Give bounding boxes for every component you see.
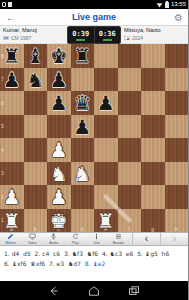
- status-bar: 13:55: [0, 0, 188, 9]
- move-list-line-1[interactable]: 1. d4 d5 2. c4 c6 3. ♞f3 ♞f6 4. ♞c3 e6 5…: [4, 249, 184, 259]
- board-square-c3[interactable]: [47, 162, 71, 186]
- toolbar-item-label: Moves: [6, 241, 16, 245]
- file-label-g: g: [141, 226, 165, 232]
- file-label-a: a: [0, 226, 24, 232]
- toolbar-item-label: Info: [94, 241, 100, 245]
- black-player-name: Mitsuya, Naoto: [124, 27, 161, 34]
- info-icon: [93, 233, 100, 240]
- board-square-d4[interactable]: [71, 138, 95, 162]
- file-label-e: e: [94, 226, 118, 232]
- board-square-g7[interactable]: [141, 68, 165, 92]
- rank-label-5: 5: [1, 123, 4, 129]
- board-square-f8[interactable]: [118, 44, 142, 68]
- app-header: ← Live game ⚙: [0, 9, 188, 26]
- rank-label-8: 8: [1, 53, 4, 59]
- white-player-name: Kumar, Manoj: [3, 27, 37, 34]
- move-list-line-2-pre[interactable]: 6. ♝xf6 ♛xf6 7. e3 ♞d7: [4, 260, 85, 267]
- toolbar-item-label: Video: [28, 241, 37, 245]
- status-icons-right: 13:55: [156, 0, 186, 9]
- toolbar-item-moves[interactable]: Moves: [0, 233, 22, 245]
- board-square-f2[interactable]: [118, 185, 142, 209]
- board-square-c8[interactable]: [47, 44, 71, 68]
- file-label-h: h: [165, 226, 189, 232]
- board-square-b6[interactable]: [24, 91, 48, 115]
- board-square-c7[interactable]: [47, 68, 71, 92]
- board-square-g6[interactable]: [141, 91, 165, 115]
- current-move[interactable]: 8. ♝e2: [85, 260, 106, 267]
- board-square-d2[interactable]: [71, 185, 95, 209]
- file-label-f: f: [118, 226, 142, 232]
- notification-icon: [2, 2, 6, 7]
- board-square-g2[interactable]: [141, 185, 165, 209]
- wifi-icon: [156, 2, 163, 8]
- rank-label-7: 7: [1, 76, 4, 82]
- board-square-c6[interactable]: [47, 91, 71, 115]
- board-square-c4[interactable]: [47, 138, 71, 162]
- board-square-c5[interactable]: [47, 115, 71, 139]
- board-square-d6[interactable]: [71, 91, 95, 115]
- toolbar-item-audio[interactable]: Audio: [43, 233, 65, 245]
- white-clock-time: 0:39: [72, 30, 89, 38]
- black-clock-indicator: [103, 39, 112, 41]
- board-square-d3[interactable]: [71, 162, 95, 186]
- file-label-c: c: [47, 226, 71, 232]
- black-clock: 0:36: [95, 27, 121, 43]
- board-square-b7[interactable]: [24, 68, 48, 92]
- white-player-info: Kumar, Manoj CM 1987: [3, 27, 37, 41]
- android-nav-bar: [0, 281, 188, 300]
- rank-label-1: 1: [1, 217, 4, 223]
- notification-icon-2: [8, 2, 12, 7]
- board-square-h4[interactable]: [165, 138, 189, 162]
- board-square-e7[interactable]: [94, 68, 118, 92]
- board-square-d7[interactable]: [71, 68, 95, 92]
- rank-label-3: 3: [1, 170, 4, 176]
- pencil-icon: [7, 233, 14, 240]
- prev-move-button[interactable]: ‹: [132, 233, 160, 245]
- app-screen: 13:55 ← Live game ⚙ Kumar, Manoj CM 1987…: [0, 0, 188, 300]
- toolbar-item-play[interactable]: Play: [65, 233, 87, 245]
- white-clock-indicator: [76, 39, 85, 41]
- board-square-h6[interactable]: [165, 91, 189, 115]
- toolbar-item-label: Audio: [49, 241, 58, 245]
- toolbar-item-boards[interactable]: Boards: [108, 233, 130, 245]
- board-square-h8[interactable]: [165, 44, 189, 68]
- board-square-e6[interactable]: [94, 91, 118, 115]
- board-square-f5[interactable]: [118, 115, 142, 139]
- board-square-c2[interactable]: [47, 185, 71, 209]
- board-square-e5[interactable]: [94, 115, 118, 139]
- board-square-b4[interactable]: [24, 138, 48, 162]
- black-clock-time: 0:36: [99, 30, 116, 38]
- board-square-g3[interactable]: [141, 162, 165, 186]
- nav-back-button[interactable]: [48, 286, 60, 296]
- list-icon: [115, 233, 122, 240]
- board-square-f6[interactable]: [118, 91, 142, 115]
- board-square-e3[interactable]: [94, 162, 118, 186]
- move-list-line-2[interactable]: 6. ♝xf6 ♛xf6 7. e3 ♞d7 8. ♝e2: [4, 259, 184, 269]
- move-list: 1. d4 d5 2. c4 c6 3. ♞f3 ♞f6 4. ♞c3 e6 5…: [0, 246, 188, 269]
- board-square-d8[interactable]: [71, 44, 95, 68]
- flag-icon-generic: [3, 36, 9, 40]
- recents-icon: [128, 286, 140, 296]
- toolbar-item-label: Play: [72, 241, 79, 245]
- white-clock: 0:39: [68, 27, 94, 43]
- board-square-h2[interactable]: [165, 185, 189, 209]
- black-player-rating: 2024: [132, 35, 143, 41]
- file-label-b: b: [24, 226, 48, 232]
- flag-icon-japan: [124, 36, 130, 40]
- board-square-b3[interactable]: [24, 162, 48, 186]
- black-player-info: Mitsuya, Naoto 2024: [124, 27, 161, 41]
- board-square-h3[interactable]: [165, 162, 189, 186]
- replay-icon: [72, 233, 79, 240]
- nav-home-button[interactable]: [88, 286, 100, 296]
- board-square-f7[interactable]: [118, 68, 142, 92]
- board-square-e8[interactable]: [94, 44, 118, 68]
- next-move-button[interactable]: ›: [160, 233, 188, 245]
- board-square-e2[interactable]: [94, 185, 118, 209]
- toolbar: MovesVideoAudioPlayInfoBoards‹›: [0, 232, 188, 246]
- rank-label-2: 2: [1, 194, 4, 200]
- rank-label-4: 4: [1, 147, 4, 153]
- white-player-rating: CM 1987: [11, 35, 31, 41]
- player-bar: Kumar, Manoj CM 1987 0:39 0:36 Mitsuya, …: [0, 26, 188, 44]
- monitor-icon: [29, 233, 36, 240]
- nav-recents-button[interactable]: [128, 286, 140, 296]
- board-square-h7[interactable]: [165, 68, 189, 92]
- board-square-b8[interactable]: [24, 44, 48, 68]
- board-square-e4[interactable]: [94, 138, 118, 162]
- board-square-b2[interactable]: [24, 185, 48, 209]
- battery-icon: [165, 2, 169, 8]
- mic-icon: [50, 233, 57, 240]
- toolbar-item-info[interactable]: Info: [86, 233, 108, 245]
- home-icon: [88, 286, 100, 296]
- board-square-f3[interactable]: [118, 162, 142, 186]
- page-title: Live game: [0, 12, 188, 22]
- board-square-h5[interactable]: [165, 115, 189, 139]
- status-icons-left: [2, 2, 12, 7]
- game-clock: 0:39 0:36: [67, 26, 121, 44]
- toolbar-item-video[interactable]: Video: [22, 233, 44, 245]
- rank-label-6: 6: [1, 100, 4, 106]
- back-icon: [48, 286, 60, 296]
- board-square-g4[interactable]: [141, 138, 165, 162]
- chess-board: 87654321abcdefgh♜♝♚♝♜♟♟♞♟♟♟♟♛♟♟♟♟♞♟♞♟♟♝♟…: [0, 44, 188, 232]
- board-square-b5[interactable]: [24, 115, 48, 139]
- board-square-g5[interactable]: [141, 115, 165, 139]
- status-time: 13:55: [171, 0, 186, 9]
- file-label-d: d: [71, 226, 95, 232]
- settings-icon[interactable]: ⚙: [174, 11, 183, 24]
- toolbar-item-label: Boards: [113, 241, 124, 245]
- board-square-f4[interactable]: [118, 138, 142, 162]
- board-square-g8[interactable]: [141, 44, 165, 68]
- board-square-d5[interactable]: [71, 115, 95, 139]
